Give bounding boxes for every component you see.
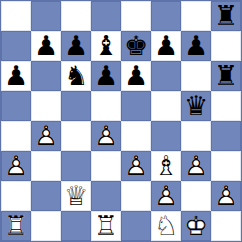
square-d3[interactable] [91,151,121,181]
square-b2[interactable] [31,181,61,211]
black-rook-piece[interactable]: ♜ [211,1,241,31]
white-bishop-piece[interactable]: ♗ [151,151,181,181]
black-bishop-piece[interactable]: ♝ [91,31,121,61]
square-f8[interactable] [151,1,181,31]
square-h7[interactable] [211,31,241,61]
white-pawn-piece[interactable]: ♙ [91,121,121,151]
square-f3[interactable]: ♗ [151,151,181,181]
square-e2[interactable] [121,181,151,211]
square-h8[interactable]: ♜ [211,1,241,31]
square-d8[interactable] [91,1,121,31]
square-g3[interactable]: ♙ [181,151,211,181]
square-f6[interactable] [151,61,181,91]
square-d1[interactable]: ♖ [91,211,121,241]
square-a4[interactable] [1,121,31,151]
white-pawn-piece[interactable]: ♙ [151,181,181,211]
square-c4[interactable] [61,121,91,151]
square-b8[interactable] [31,1,61,31]
black-knight-piece[interactable]: ♞ [61,61,91,91]
square-c8[interactable] [61,1,91,31]
square-f4[interactable] [151,121,181,151]
square-e1[interactable] [121,211,151,241]
black-pawn-piece[interactable]: ♟ [181,31,211,61]
white-rook-piece[interactable]: ♖ [1,211,31,241]
black-pawn-piece[interactable]: ♟ [1,61,31,91]
square-g2[interactable] [181,181,211,211]
square-a6[interactable]: ♟ [1,61,31,91]
square-c5[interactable] [61,91,91,121]
white-pawn-piece[interactable]: ♙ [1,151,31,181]
white-pawn-piece[interactable]: ♙ [211,181,241,211]
square-a8[interactable] [1,1,31,31]
square-c6[interactable]: ♞ [61,61,91,91]
white-pawn-piece[interactable]: ♙ [31,121,61,151]
square-e4[interactable] [121,121,151,151]
square-f5[interactable] [151,91,181,121]
square-c2[interactable]: ♕ [61,181,91,211]
square-d4[interactable]: ♙ [91,121,121,151]
square-e3[interactable]: ♙ [121,151,151,181]
square-a5[interactable] [1,91,31,121]
square-d2[interactable] [91,181,121,211]
square-a3[interactable]: ♙ [1,151,31,181]
white-pawn-piece[interactable]: ♙ [181,151,211,181]
square-g1[interactable]: ♔ [181,211,211,241]
black-rook-piece[interactable]: ♜ [211,61,241,91]
square-f2[interactable]: ♙ [151,181,181,211]
black-pawn-piece[interactable]: ♟ [61,31,91,61]
square-b5[interactable] [31,91,61,121]
square-h2[interactable]: ♙ [211,181,241,211]
square-h6[interactable]: ♜ [211,61,241,91]
white-queen-piece[interactable]: ♕ [61,181,91,211]
square-b4[interactable]: ♙ [31,121,61,151]
white-rook-piece[interactable]: ♖ [91,211,121,241]
square-a2[interactable] [1,181,31,211]
square-b3[interactable] [31,151,61,181]
square-a7[interactable] [1,31,31,61]
square-h1[interactable] [211,211,241,241]
square-g5[interactable]: ♛ [181,91,211,121]
square-g7[interactable]: ♟ [181,31,211,61]
square-g6[interactable] [181,61,211,91]
square-b1[interactable] [31,211,61,241]
square-e8[interactable] [121,1,151,31]
square-b6[interactable] [31,61,61,91]
square-e6[interactable]: ♟ [121,61,151,91]
black-pawn-piece[interactable]: ♟ [151,31,181,61]
square-c7[interactable]: ♟ [61,31,91,61]
square-e7[interactable]: ♚ [121,31,151,61]
black-pawn-piece[interactable]: ♟ [31,31,61,61]
white-knight-piece[interactable]: ♘ [151,211,181,241]
black-pawn-piece[interactable]: ♟ [121,61,151,91]
square-g4[interactable] [181,121,211,151]
square-h3[interactable] [211,151,241,181]
square-d6[interactable]: ♟ [91,61,121,91]
black-queen-piece[interactable]: ♛ [181,91,211,121]
square-c1[interactable] [61,211,91,241]
square-f1[interactable]: ♘ [151,211,181,241]
square-h5[interactable] [211,91,241,121]
square-g8[interactable] [181,1,211,31]
black-pawn-piece[interactable]: ♟ [91,61,121,91]
white-pawn-piece[interactable]: ♙ [121,151,151,181]
square-b7[interactable]: ♟ [31,31,61,61]
square-c3[interactable] [61,151,91,181]
square-f7[interactable]: ♟ [151,31,181,61]
square-d7[interactable]: ♝ [91,31,121,61]
black-king-piece[interactable]: ♚ [121,31,151,61]
square-e5[interactable] [121,91,151,121]
square-a1[interactable]: ♖ [1,211,31,241]
white-king-piece[interactable]: ♔ [181,211,211,241]
square-d5[interactable] [91,91,121,121]
chess-board: ♜♟♟♝♚♟♟♟♞♟♟♜♛♙♙♙♙♗♙♕♙♙♖♖♘♔ [0,0,242,242]
square-h4[interactable] [211,121,241,151]
